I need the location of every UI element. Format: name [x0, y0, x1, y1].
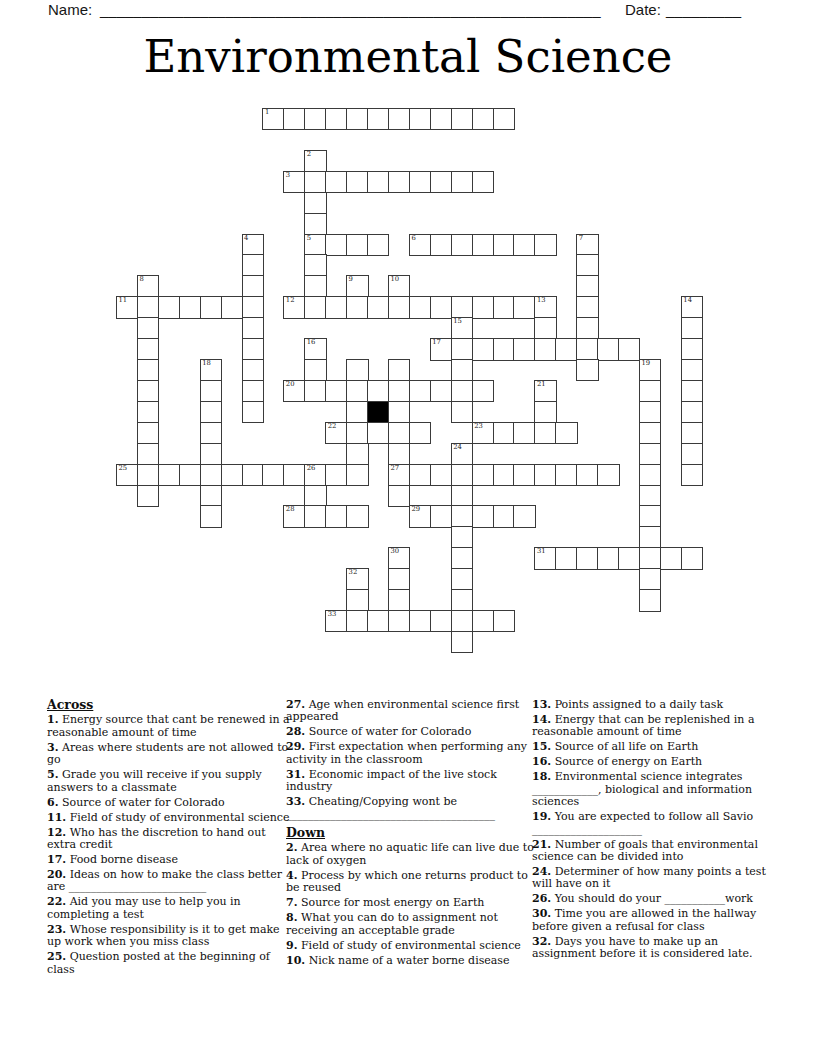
- grid-cell[interactable]: [137, 359, 159, 381]
- grid-cell[interactable]: [576, 254, 598, 276]
- grid-cell[interactable]: [639, 568, 661, 590]
- grid-cell[interactable]: [472, 234, 494, 256]
- clue-number-18: 18: [202, 360, 211, 367]
- across-clue-6: 6. Source of water for Colorado: [47, 797, 290, 809]
- grid-cell[interactable]: [158, 296, 180, 318]
- grid-cell[interactable]: [451, 171, 473, 193]
- grid-cell[interactable]: [639, 380, 661, 402]
- grid-cell[interactable]: [451, 401, 473, 423]
- grid-cell[interactable]: [409, 464, 431, 486]
- grid-cell[interactable]: [367, 380, 389, 402]
- grid-cell[interactable]: [430, 108, 452, 130]
- grid-cell[interactable]: [346, 610, 368, 632]
- grid-cell[interactable]: [346, 505, 368, 527]
- clue-number-20: 20: [286, 381, 295, 388]
- across-clue-17: 17. Food borne disease: [47, 854, 290, 866]
- down-clue-9: 9. Field of study of environmental scien…: [286, 940, 535, 952]
- grid-cell[interactable]: [367, 171, 389, 193]
- grid-cell[interactable]: [451, 464, 473, 486]
- grid-cell[interactable]: [513, 234, 535, 256]
- clue-number-13: 13: [537, 297, 546, 304]
- down-clue-4: 4. Process by which one returns product …: [286, 870, 535, 895]
- grid-cell[interactable]: [681, 422, 703, 444]
- grid-cell[interactable]: 30: [388, 547, 410, 569]
- grid-cell[interactable]: [639, 422, 661, 444]
- clue-number-33: 33: [328, 611, 337, 618]
- down-clue-19: 19. You are expected to follow all Savio…: [532, 811, 777, 836]
- grid-cell[interactable]: [639, 526, 661, 548]
- grid-cell[interactable]: [534, 464, 556, 486]
- grid-cell[interactable]: [639, 547, 661, 569]
- grid-cell[interactable]: 1: [262, 108, 284, 130]
- grid-cell[interactable]: [388, 422, 410, 444]
- grid-cell[interactable]: [137, 464, 159, 486]
- grid-cell[interactable]: [618, 547, 640, 569]
- grid-cell[interactable]: [576, 338, 598, 360]
- grid-cell[interactable]: [409, 171, 431, 193]
- grid-cell[interactable]: [576, 359, 598, 381]
- grid-cell[interactable]: [200, 401, 222, 423]
- clue-number-7: 7: [579, 235, 583, 242]
- grid-cell[interactable]: [576, 296, 598, 318]
- grid-cell[interactable]: [597, 338, 619, 360]
- across-clue-22: 22. Aid you may use to help you in compl…: [47, 896, 290, 921]
- grid-cell[interactable]: [346, 234, 368, 256]
- grid-cell[interactable]: [388, 610, 410, 632]
- clue-number-19: 19: [642, 360, 651, 367]
- grid-cell[interactable]: [388, 359, 410, 381]
- grid-cell[interactable]: [242, 380, 264, 402]
- clue-number-15: 15: [453, 318, 462, 325]
- across-clues-left: 1. Energy source that cant be renewed in…: [47, 714, 290, 976]
- grid-cell[interactable]: [576, 275, 598, 297]
- grid-cell[interactable]: [409, 108, 431, 130]
- down-clue-14: 14. Energy that can be replenished in a …: [532, 714, 777, 739]
- grid-cell[interactable]: [346, 401, 368, 423]
- grid-cell[interactable]: [430, 234, 452, 256]
- grid-cell[interactable]: [576, 317, 598, 339]
- grid-cell[interactable]: [451, 589, 473, 611]
- grid-cell[interactable]: [472, 296, 494, 318]
- clue-number-21: 21: [537, 381, 546, 388]
- clue-number-11: 11: [119, 297, 128, 304]
- grid-cell[interactable]: [681, 464, 703, 486]
- grid-cell[interactable]: [388, 443, 410, 465]
- grid-cell[interactable]: 4: [242, 234, 264, 256]
- across-header: Across: [47, 699, 290, 711]
- grid-cell[interactable]: [346, 108, 368, 130]
- grid-cell[interactable]: [367, 108, 389, 130]
- grid-cell[interactable]: [137, 401, 159, 423]
- grid-cell[interactable]: [493, 610, 515, 632]
- grid-cell[interactable]: [513, 464, 535, 486]
- grid-cell[interactable]: [346, 589, 368, 611]
- across-clue-31: 31. Economic impact of the live stock in…: [286, 769, 535, 794]
- grid-cell[interactable]: [367, 422, 389, 444]
- grid-cell[interactable]: [200, 505, 222, 527]
- grid-cell[interactable]: [304, 192, 326, 214]
- page-title: Environmental Science: [0, 30, 816, 83]
- clue-number-26: 26: [307, 465, 316, 472]
- grid-cell[interactable]: [388, 401, 410, 423]
- name-label: Name:: [48, 1, 92, 18]
- grid-cell[interactable]: [681, 338, 703, 360]
- date-label: Date:: [625, 1, 661, 18]
- name-blank-line[interactable]: ________________________________________…: [100, 1, 601, 18]
- grid-cell[interactable]: [451, 547, 473, 569]
- grid-cell[interactable]: 21: [534, 380, 556, 402]
- grid-cell[interactable]: [367, 610, 389, 632]
- across-clue-3: 3. Areas where students are not allowed …: [47, 742, 290, 767]
- grid-cell[interactable]: [242, 254, 264, 276]
- grid-cell[interactable]: [346, 464, 368, 486]
- across-clue-5: 5. Grade you will receive if you supply …: [47, 769, 290, 794]
- grid-cell[interactable]: [221, 296, 243, 318]
- grid-cell[interactable]: [451, 505, 473, 527]
- grid-cell[interactable]: 22: [325, 422, 347, 444]
- grid-cell[interactable]: [158, 464, 180, 486]
- clue-number-16: 16: [307, 339, 316, 346]
- grid-cell[interactable]: [430, 171, 452, 193]
- down-clue-2: 2. Area where no aquatic life can live d…: [286, 842, 535, 867]
- grid-cell[interactable]: [451, 610, 473, 632]
- grid-cell[interactable]: 9: [346, 275, 368, 297]
- grid-cell[interactable]: [681, 547, 703, 569]
- grid-cell[interactable]: [346, 380, 368, 402]
- grid-cell[interactable]: [451, 234, 473, 256]
- grid-cell[interactable]: [325, 464, 347, 486]
- grid-cell[interactable]: [681, 317, 703, 339]
- grid-cell[interactable]: 19: [639, 359, 661, 381]
- grid-cell[interactable]: [242, 464, 264, 486]
- clue-number-31: 31: [537, 548, 546, 555]
- clue-number-14: 14: [683, 297, 692, 304]
- down-clue-15: 15. Source of all life on Earth: [532, 741, 777, 753]
- grid-cell[interactable]: [137, 338, 159, 360]
- grid-cell[interactable]: [388, 108, 410, 130]
- clue-number-10: 10: [390, 276, 399, 283]
- grid-cell[interactable]: 33: [325, 610, 347, 632]
- across-clue-11: 11. Field of study of environmental scie…: [47, 812, 290, 824]
- down-clue-16: 16. Source of energy on Earth: [532, 756, 777, 768]
- grid-cell[interactable]: [534, 401, 556, 423]
- clue-number-3: 3: [286, 172, 290, 179]
- grid-cell[interactable]: [660, 547, 682, 569]
- grid-cell[interactable]: [430, 380, 452, 402]
- grid-cell[interactable]: 27: [388, 464, 410, 486]
- grid-cell[interactable]: [304, 275, 326, 297]
- grid-cell[interactable]: 31: [534, 547, 556, 569]
- grid-cell[interactable]: [388, 589, 410, 611]
- grid-cell[interactable]: 17: [430, 338, 452, 360]
- grid-cell[interactable]: [451, 526, 473, 548]
- clue-number-24: 24: [453, 444, 462, 451]
- grid-cell[interactable]: [513, 296, 535, 318]
- grid-cell[interactable]: [346, 359, 368, 381]
- grid-cell[interactable]: [639, 485, 661, 507]
- grid-cell[interactable]: [304, 359, 326, 381]
- down-clue-18: 18. Environmental science integrates ___…: [532, 771, 777, 808]
- grid-cell[interactable]: [304, 296, 326, 318]
- grid-cell[interactable]: [409, 610, 431, 632]
- grid-cell[interactable]: [472, 171, 494, 193]
- clue-number-17: 17: [432, 339, 441, 346]
- grid-cell[interactable]: [430, 610, 452, 632]
- grid-cell[interactable]: [681, 359, 703, 381]
- grid-cell[interactable]: 25: [116, 464, 138, 486]
- grid-cell[interactable]: [388, 296, 410, 318]
- grid-cell[interactable]: [597, 547, 619, 569]
- clue-number-1: 1: [265, 109, 269, 116]
- grid-cell[interactable]: [242, 317, 264, 339]
- grid-cell[interactable]: [304, 380, 326, 402]
- grid-cell[interactable]: [242, 296, 264, 318]
- grid-cell[interactable]: [534, 234, 556, 256]
- grid-cell[interactable]: [493, 234, 515, 256]
- clue-number-6: 6: [411, 235, 415, 242]
- grid-cell[interactable]: [681, 443, 703, 465]
- grid-cell[interactable]: [304, 213, 326, 235]
- clue-number-8: 8: [139, 276, 143, 283]
- grid-cell[interactable]: [325, 505, 347, 527]
- grid-cell[interactable]: [242, 275, 264, 297]
- down-clue-13: 13. Points assigned to a daily task: [532, 699, 777, 711]
- clue-number-29: 29: [411, 506, 420, 513]
- grid-cell[interactable]: 7: [576, 234, 598, 256]
- down-clue-10: 10. Nick name of a water borne disease: [286, 955, 535, 967]
- grid-cell[interactable]: [200, 464, 222, 486]
- crossword-grid[interactable]: 1234567891011121314151617181920212223242…: [116, 108, 702, 652]
- grid-cell[interactable]: [430, 464, 452, 486]
- down-clue-26: 26. You should do your ___________work: [532, 893, 777, 905]
- grid-cell[interactable]: [346, 171, 368, 193]
- grid-cell[interactable]: 20: [283, 380, 305, 402]
- across-clue-29: 29. First expectation when performing an…: [286, 741, 535, 766]
- clue-column-right: 13. Points assigned to a daily task14. E…: [532, 699, 777, 963]
- clue-number-25: 25: [119, 465, 128, 472]
- worksheet-page: Name: __________________________________…: [0, 0, 816, 1056]
- clue-number-30: 30: [390, 548, 399, 555]
- grid-cell[interactable]: 28: [283, 505, 305, 527]
- grid-cell[interactable]: 14: [681, 296, 703, 318]
- grid-cell[interactable]: [137, 443, 159, 465]
- grid-cell[interactable]: 23: [472, 422, 494, 444]
- grid-cell[interactable]: [451, 296, 473, 318]
- grid-cell[interactable]: [325, 108, 347, 130]
- grid-cell[interactable]: [451, 485, 473, 507]
- grid-cell[interactable]: [472, 505, 494, 527]
- across-clue-33: 33. Cheating/Copying wont be ___________…: [286, 796, 535, 821]
- grid-cell[interactable]: [242, 359, 264, 381]
- grid-cell[interactable]: [493, 108, 515, 130]
- grid-cell[interactable]: [367, 296, 389, 318]
- down-clue-7: 7. Source for most energy on Earth: [286, 897, 535, 909]
- grid-cell[interactable]: [451, 631, 473, 653]
- down-clues-right: 13. Points assigned to a daily task14. E…: [532, 699, 777, 961]
- across-clue-12: 12. Who has the discretion to hand out e…: [47, 827, 290, 852]
- across-clues-middle: 27. Age when environmental science first…: [286, 699, 535, 821]
- grid-cell[interactable]: [639, 401, 661, 423]
- grid-cell[interactable]: [639, 505, 661, 527]
- grid-cell[interactable]: [137, 380, 159, 402]
- down-header: Down: [286, 827, 535, 839]
- grid-cell[interactable]: 2: [304, 150, 326, 172]
- grid-cell[interactable]: [242, 338, 264, 360]
- grid-cell[interactable]: [430, 505, 452, 527]
- grid-cell[interactable]: [179, 464, 201, 486]
- grid-cell[interactable]: [472, 108, 494, 130]
- grid-cell[interactable]: [681, 401, 703, 423]
- grid-cell[interactable]: 12: [283, 296, 305, 318]
- grid-cell[interactable]: [513, 422, 535, 444]
- grid-cell[interactable]: [304, 505, 326, 527]
- grid-cell[interactable]: [576, 464, 598, 486]
- grid-cell[interactable]: 11: [116, 296, 138, 318]
- grid-cell[interactable]: [200, 443, 222, 465]
- grid-cell[interactable]: [242, 401, 264, 423]
- grid-cell[interactable]: [221, 464, 243, 486]
- grid-cell[interactable]: [493, 464, 515, 486]
- grid-cell[interactable]: [325, 380, 347, 402]
- grid-cell[interactable]: [534, 338, 556, 360]
- grid-cell[interactable]: [283, 464, 305, 486]
- grid-cell[interactable]: [283, 108, 305, 130]
- grid-cell[interactable]: [472, 464, 494, 486]
- grid-cell[interactable]: [179, 296, 201, 318]
- grid-cell[interactable]: 18: [200, 359, 222, 381]
- grid-cell[interactable]: 10: [388, 275, 410, 297]
- grid-cell[interactable]: [409, 296, 431, 318]
- grid-cell[interactable]: [346, 296, 368, 318]
- grid-cell[interactable]: [555, 464, 577, 486]
- grid-cell[interactable]: [618, 338, 640, 360]
- clue-number-2: 2: [307, 151, 311, 158]
- grid-cell[interactable]: 5: [304, 234, 326, 256]
- grid-cell[interactable]: [304, 485, 326, 507]
- grid-cell[interactable]: 26: [304, 464, 326, 486]
- grid-cell[interactable]: 3: [283, 171, 305, 193]
- across-clue-1: 1. Energy source that cant be renewed in…: [47, 714, 290, 739]
- grid-cell[interactable]: 29: [409, 505, 431, 527]
- grid-cell[interactable]: [137, 485, 159, 507]
- grid-cell[interactable]: [409, 422, 431, 444]
- grid-cell[interactable]: [388, 485, 410, 507]
- grid-cell[interactable]: [534, 422, 556, 444]
- grid-cell[interactable]: [472, 338, 494, 360]
- grid-cell[interactable]: [137, 422, 159, 444]
- down-clue-32: 32. Days you have to make up an assignme…: [532, 936, 777, 961]
- down-clues-middle: 2. Area where no aquatic life can live d…: [286, 842, 535, 967]
- grid-cell[interactable]: [200, 296, 222, 318]
- across-clue-23: 23. Whose responsibility is it to get ma…: [47, 924, 290, 949]
- clue-number-28: 28: [286, 506, 295, 513]
- grid-cell[interactable]: 32: [346, 568, 368, 590]
- grid-cell[interactable]: [513, 338, 535, 360]
- clue-column-middle: 27. Age when environmental science first…: [286, 699, 535, 970]
- clue-number-27: 27: [390, 465, 399, 472]
- clue-number-4: 4: [244, 235, 248, 242]
- grid-cell[interactable]: [534, 317, 556, 339]
- grid-cell[interactable]: [430, 296, 452, 318]
- grid-cell[interactable]: [137, 317, 159, 339]
- clue-number-23: 23: [474, 423, 483, 430]
- grid-cell[interactable]: [451, 568, 473, 590]
- black-cell: [367, 401, 389, 423]
- clue-number-22: 22: [328, 423, 337, 430]
- grid-cell[interactable]: [325, 234, 347, 256]
- grid-cell[interactable]: 24: [451, 443, 473, 465]
- grid-cell[interactable]: [493, 505, 515, 527]
- grid-cell[interactable]: [555, 338, 577, 360]
- grid-cell[interactable]: 15: [451, 317, 473, 339]
- grid-cell[interactable]: [200, 485, 222, 507]
- grid-cell[interactable]: [493, 338, 515, 360]
- grid-cell[interactable]: [304, 254, 326, 276]
- grid-cell[interactable]: [367, 234, 389, 256]
- grid-cell[interactable]: [346, 422, 368, 444]
- grid-cell[interactable]: [639, 464, 661, 486]
- grid-cell[interactable]: 6: [409, 234, 431, 256]
- down-clue-21: 21. Number of goals that environmental s…: [532, 839, 777, 864]
- across-clue-28: 28. Source of water for Colorado: [286, 726, 535, 738]
- clue-number-5: 5: [307, 235, 311, 242]
- grid-cell[interactable]: [555, 422, 577, 444]
- grid-cell[interactable]: [472, 380, 494, 402]
- grid-cell[interactable]: [597, 464, 619, 486]
- grid-cell[interactable]: [639, 589, 661, 611]
- grid-cell[interactable]: [451, 108, 473, 130]
- clue-number-9: 9: [349, 276, 353, 283]
- grid-cell[interactable]: [493, 296, 515, 318]
- down-clue-30: 30. Time you are allowed in the hallway …: [532, 908, 777, 933]
- grid-cell[interactable]: [493, 422, 515, 444]
- across-clue-20: 20. Ideas on how to make the class bette…: [47, 869, 290, 894]
- grid-cell[interactable]: [388, 171, 410, 193]
- grid-cell[interactable]: [472, 610, 494, 632]
- grid-cell[interactable]: 16: [304, 338, 326, 360]
- grid-cell[interactable]: 13: [534, 296, 556, 318]
- clue-column-left: Across 1. Energy source that cant be ren…: [47, 699, 290, 979]
- grid-cell[interactable]: [555, 547, 577, 569]
- grid-cell[interactable]: [451, 359, 473, 381]
- grid-cell[interactable]: [388, 568, 410, 590]
- grid-cell[interactable]: [576, 547, 598, 569]
- grid-cell[interactable]: [325, 171, 347, 193]
- date-blank-line[interactable]: _________: [666, 1, 741, 18]
- grid-cell[interactable]: [681, 380, 703, 402]
- grid-cell[interactable]: [325, 296, 347, 318]
- grid-cell[interactable]: [388, 380, 410, 402]
- grid-cell[interactable]: [451, 338, 473, 360]
- clue-number-12: 12: [286, 297, 295, 304]
- grid-cell[interactable]: 8: [137, 275, 159, 297]
- grid-cell[interactable]: [200, 422, 222, 444]
- grid-cell[interactable]: [346, 443, 368, 465]
- grid-cell[interactable]: [304, 108, 326, 130]
- grid-cell[interactable]: [513, 505, 535, 527]
- grid-cell[interactable]: [409, 380, 431, 402]
- grid-cell[interactable]: [262, 464, 284, 486]
- across-clue-27: 27. Age when environmental science first…: [286, 699, 535, 724]
- grid-cell[interactable]: [200, 380, 222, 402]
- grid-cell[interactable]: [451, 380, 473, 402]
- grid-cell[interactable]: [639, 443, 661, 465]
- clue-number-32: 32: [349, 569, 358, 576]
- grid-cell[interactable]: [304, 171, 326, 193]
- down-clue-24: 24. Determiner of how many points a test…: [532, 866, 777, 891]
- down-clue-8: 8. What you can do to assignment not rec…: [286, 912, 535, 937]
- grid-cell[interactable]: [137, 296, 159, 318]
